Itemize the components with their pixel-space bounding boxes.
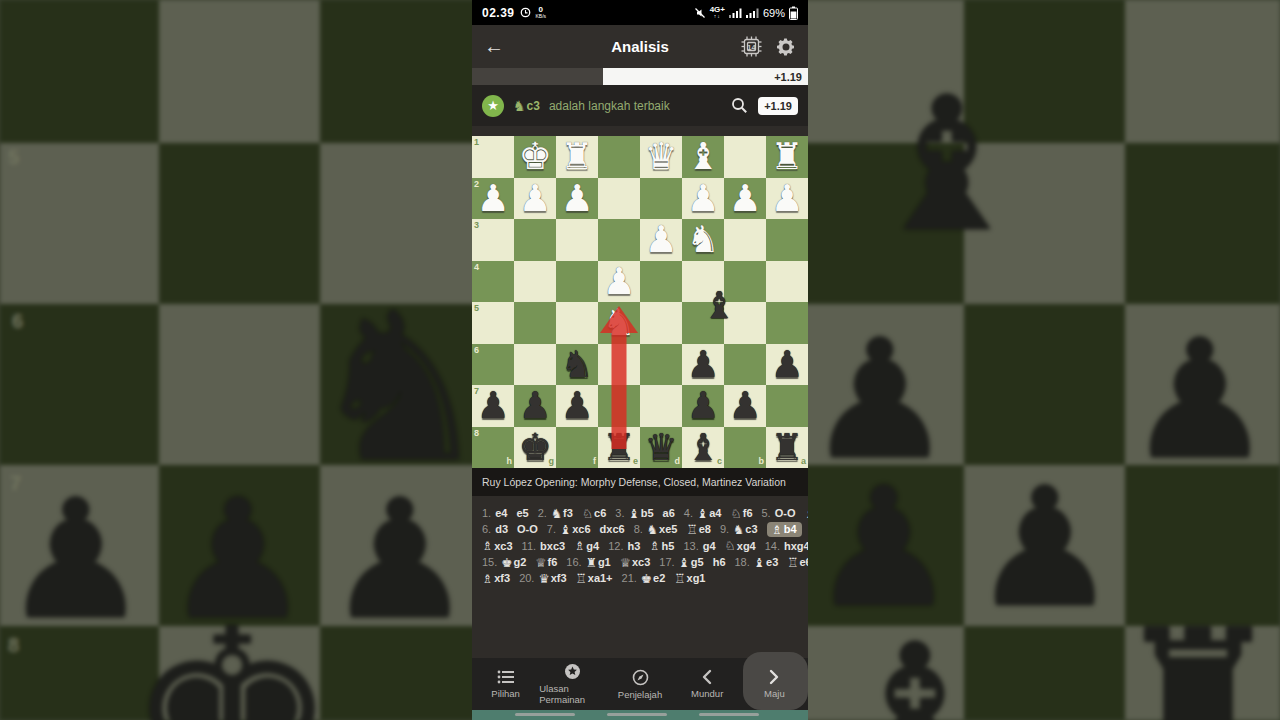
square-h6[interactable]: 6 (472, 344, 514, 386)
square-e2[interactable] (598, 178, 640, 220)
square-d6[interactable] (640, 344, 682, 386)
move-figurine-icon: ♕ (620, 555, 631, 570)
piece-white-king-g1[interactable]: ♚ (514, 136, 556, 178)
move-token[interactable]: ♗h5 (649, 538, 674, 553)
svg-text:14: 14 (747, 43, 756, 52)
piece-white-pawn-d3[interactable]: ♟ (640, 219, 682, 261)
evaluation-white-fill: +1.19 (603, 68, 808, 85)
move-number: 13. (683, 540, 698, 552)
piece-black-rook-a8[interactable]: ♜ (766, 427, 808, 469)
piece-black-bishop-animating[interactable]: ♝ (702, 287, 735, 324)
square-e6[interactable] (598, 344, 640, 386)
move-token[interactable]: e5 (516, 507, 528, 519)
nav-item-penjelajah[interactable]: Penjelajah (606, 658, 673, 710)
square-e3[interactable] (598, 219, 640, 261)
background-rank-label: 7 (10, 472, 21, 495)
square-h3[interactable]: 3 (472, 219, 514, 261)
best-move-text: adalah langkah terbaik (549, 99, 670, 113)
file-label-f: f (593, 457, 596, 466)
move-number: 11. (522, 540, 536, 552)
piece-black-pawn-g7[interactable]: ♟ (514, 385, 556, 427)
settings-gear-icon[interactable] (776, 37, 796, 57)
square-f5[interactable] (556, 302, 598, 344)
move-token[interactable]: O-O (775, 507, 796, 519)
gesture-dash (607, 713, 667, 716)
evaluation-bar: +1.19 (472, 68, 808, 85)
move-list-line: 15.♚g2♕f616.♜g1♕xc317.♝g5h618.♝e3♖e619.♚… (482, 554, 798, 570)
piece-black-pawn-c6[interactable]: ♟ (682, 344, 724, 386)
move-token[interactable]: ♝e3 (754, 555, 778, 570)
background-black-pawn: ♟ (1126, 318, 1274, 483)
square-a7[interactable] (766, 385, 808, 427)
move-figurine-icon: ♛ (538, 571, 549, 586)
rank-label-1: 1 (474, 138, 479, 147)
move-number: 7. (547, 523, 556, 535)
move-number: 6. (482, 523, 491, 535)
piece-white-bishop-c1[interactable]: ♝ (682, 136, 724, 178)
square-h4[interactable]: 4 (472, 261, 514, 303)
move-figurine-icon: ♗ (649, 538, 660, 553)
move-token[interactable]: e4 (495, 507, 507, 519)
move-number: 4. (684, 507, 693, 519)
move-figurine-icon: ♘ (731, 506, 742, 521)
move-figurine-icon: ♜ (586, 555, 597, 570)
move-number: 2. (538, 507, 547, 519)
move-list-line: 6.d3O-O7.♝xc6dxc68.♞xe5♖e89.♞c3♗b410.♞f3 (482, 521, 798, 537)
move-figurine-icon: ♝ (754, 555, 765, 570)
gesture-strip (472, 710, 808, 720)
square-d7[interactable] (640, 385, 682, 427)
move-number: 21. (622, 572, 637, 584)
move-token[interactable]: ♘xg4 (725, 538, 756, 553)
move-figurine-icon: ♝ (697, 506, 708, 521)
engine-depth-icon[interactable]: 14 (739, 34, 764, 59)
move-token[interactable]: ♝b5 (629, 506, 654, 521)
square-d5[interactable] (640, 302, 682, 344)
piece-black-pawn-h7[interactable]: ♟ (472, 385, 514, 427)
nav-item-maju[interactable]: Maju (741, 658, 808, 710)
piece-white-pawn-g2[interactable]: ♟ (514, 178, 556, 220)
move-figurine-icon: ♖ (787, 555, 798, 570)
background-black-pawn: ♟ (326, 478, 474, 643)
move-figurine-icon: ♗ (772, 522, 783, 537)
clock-time: 02.39 (482, 6, 515, 20)
piece-black-queen-d8[interactable]: ♛ (640, 427, 682, 469)
opening-name-bar: Ruy López Opening: Morphy Defense, Close… (472, 468, 808, 496)
move-figurine-icon: ♗ (804, 506, 808, 521)
move-figurine-icon: ♗ (574, 538, 585, 553)
piece-white-pawn-b2[interactable]: ♟ (724, 178, 766, 220)
nav-item-label: Mundur (691, 688, 723, 699)
square-b3[interactable] (724, 219, 766, 261)
chevron-right-icon (767, 669, 781, 685)
move-number: 20. (519, 572, 534, 584)
rank-label-4: 4 (474, 263, 479, 272)
list-icon (497, 669, 515, 685)
move-token[interactable]: ♖e8 (686, 522, 710, 537)
move-token[interactable]: ♗e7 (804, 506, 808, 521)
move-token[interactable]: ♖xg1 (674, 571, 705, 586)
move-figurine-icon: ♘ (725, 538, 736, 553)
move-token[interactable]: ♖xa1+ (576, 571, 613, 586)
piece-black-pawn-c7[interactable]: ♟ (682, 385, 724, 427)
move-token[interactable]: dxc6 (600, 523, 625, 535)
gesture-dash (699, 713, 759, 716)
square-e1[interactable] (598, 136, 640, 178)
evaluation-value: +1.19 (774, 71, 802, 83)
move-number: 18. (735, 556, 750, 568)
rank-label-8: 8 (474, 429, 479, 438)
nav-item-label: Pilihan (491, 688, 520, 699)
move-figurine-icon: ♚ (501, 555, 512, 570)
move-number: 15. (482, 556, 497, 568)
square-d2[interactable] (640, 178, 682, 220)
move-token[interactable]: O-O (517, 523, 538, 535)
move-token[interactable]: ♜g1 (586, 555, 611, 570)
piece-black-knight-f6[interactable]: ♞ (556, 344, 598, 386)
square-f3[interactable] (556, 219, 598, 261)
rank-label-5: 5 (474, 304, 479, 313)
square-a5[interactable] (766, 302, 808, 344)
move-token-current[interactable]: ♗b4 (767, 522, 802, 537)
file-label-b: b (759, 457, 765, 466)
move-number: 14. (765, 540, 780, 552)
nav-item-label: Penjelajah (618, 689, 662, 700)
square-a4[interactable] (766, 261, 808, 303)
move-token[interactable]: bxc3 (540, 540, 565, 552)
move-list-line: 1.e4e52.♞f3♘c63.♝b5a64.♝a4♘f65.O-O♗e7 (482, 505, 798, 521)
nav-item-mundur[interactable]: Mundur (674, 658, 741, 710)
piece-black-bishop-c8[interactable]: ♝ (682, 427, 724, 469)
battery-percent: 69% (763, 7, 785, 19)
move-token[interactable]: ♝g5 (679, 555, 704, 570)
background-black-bishop: ♝ (832, 620, 998, 720)
move-figurine-icon: ♞ (647, 522, 658, 537)
back-button[interactable]: ← (484, 35, 514, 58)
move-list: 1.e4e52.♞f3♘c63.♝b5a64.♝a4♘f65.O-O♗e76.d… (472, 496, 808, 658)
background-black-rook: ♜ (1113, 605, 1280, 720)
move-figurine-icon: ♕ (535, 555, 546, 570)
background-black-king: ♚ (127, 598, 338, 720)
square-h8[interactable]: 8h (472, 427, 514, 469)
square-a3[interactable] (766, 219, 808, 261)
phone-screen: 02.39 0 KB/s 4G+ ↑↓ (472, 0, 808, 720)
background-black-bishop: ♝ (864, 73, 1030, 258)
app-header: ← Analisis 14 (472, 25, 808, 68)
move-token[interactable]: ♛xf3 (538, 571, 566, 586)
piece-white-pawn-h2[interactable]: ♟ (472, 178, 514, 220)
square-b8[interactable]: b (724, 427, 766, 469)
move-figurine-icon: ♝ (679, 555, 690, 570)
piece-white-knight-e5[interactable]: ♞ (598, 302, 640, 344)
nav-item-label: Ulasan Permainan (539, 683, 606, 705)
chess-board: 12345678hgfedcba ♝ ♚♜♛♝♜♟♟♟♟♟♟♟♞♟♞♞♟♟♟♟♟… (472, 136, 808, 468)
piece-white-rook-a1[interactable]: ♜ (766, 136, 808, 178)
square-e7[interactable] (598, 385, 640, 427)
move-token[interactable]: ♕xc3 (620, 555, 651, 570)
move-token[interactable]: h6 (713, 556, 726, 568)
move-figurine-icon: ♘ (582, 506, 593, 521)
move-figurine-icon: ♗ (482, 571, 493, 586)
rank-label-6: 6 (474, 346, 479, 355)
move-figurine-icon: ♝ (560, 522, 571, 537)
star-circle-icon (564, 663, 581, 680)
evaluation-badge: +1.19 (758, 97, 798, 115)
move-token[interactable]: ♗g4 (574, 538, 599, 553)
nav-item-pilihan[interactable]: Pilihan (472, 658, 539, 710)
move-number: 9. (720, 523, 729, 535)
move-token[interactable]: ♞f3 (551, 506, 573, 521)
move-token[interactable]: ♗xc3 (482, 538, 513, 553)
data-speed: 0 KB/s (536, 6, 547, 19)
square-h5[interactable]: 5 (472, 302, 514, 344)
move-number: 17. (659, 556, 674, 568)
best-move-banner: ★ ♞ c3 adalah langkah terbaik +1.19 (472, 85, 808, 126)
piece-black-king-g8[interactable]: ♚ (514, 427, 556, 469)
nav-item-label: Maju (764, 688, 785, 699)
piece-white-pawn-f2[interactable]: ♟ (556, 178, 598, 220)
piece-white-knight-c3[interactable]: ♞ (682, 219, 724, 261)
square-b1[interactable] (724, 136, 766, 178)
piece-black-pawn-a6[interactable]: ♟ (766, 344, 808, 386)
move-token[interactable]: ♞c3 (733, 522, 757, 537)
move-token[interactable]: d3 (495, 523, 508, 535)
square-g4[interactable] (514, 261, 556, 303)
compass-icon (632, 669, 649, 686)
move-token[interactable]: ♖e6 (787, 555, 808, 570)
move-list-line: ♗xc311.bxc3♗g412.h3♗h513.g4♘xg414.hxg4♗x… (482, 538, 798, 554)
piece-black-rook-e8[interactable]: ♜ (598, 427, 640, 469)
move-figurine-icon: ♚ (641, 571, 652, 586)
square-d4[interactable] (640, 261, 682, 303)
gesture-dash (515, 713, 575, 716)
move-figurine-icon: ♖ (674, 571, 685, 586)
square-g5[interactable] (514, 302, 556, 344)
bottom-nav-bar: PilihanUlasan PermainanPenjelajahMundurM… (472, 658, 808, 710)
knight-figurine-icon: ♞ (513, 98, 526, 114)
move-number: 16. (566, 556, 581, 568)
status-bar: 02.39 0 KB/s 4G+ ↑↓ (472, 0, 808, 25)
square-b6[interactable] (724, 344, 766, 386)
move-figurine-icon: ♖ (576, 571, 587, 586)
best-move-san: ♞ c3 (513, 98, 540, 114)
square-g3[interactable] (514, 219, 556, 261)
piece-black-pawn-b7[interactable]: ♟ (724, 385, 766, 427)
piece-white-pawn-c2[interactable]: ♟ (682, 178, 724, 220)
battery-icon (789, 6, 798, 20)
move-figurine-icon: ♖ (686, 522, 697, 537)
piece-white-rook-f1[interactable]: ♜ (556, 136, 598, 178)
piece-white-queen-d1[interactable]: ♛ (640, 136, 682, 178)
background-rank-label: 5 (8, 146, 19, 169)
background-rank-label: 8 (8, 634, 19, 657)
square-f8[interactable]: f (556, 427, 598, 469)
rank-label-3: 3 (474, 221, 479, 230)
square-h1[interactable]: 1 (472, 136, 514, 178)
move-token[interactable]: ♕f6 (535, 555, 557, 570)
move-figurine-icon: ♗ (482, 538, 493, 553)
move-token[interactable]: ♞xe5 (647, 522, 678, 537)
piece-white-pawn-a2[interactable]: ♟ (766, 178, 808, 220)
move-token[interactable]: h3 (628, 540, 641, 552)
move-number: 5. (762, 507, 771, 519)
square-f4[interactable] (556, 261, 598, 303)
background-rank-label: 6 (12, 310, 23, 333)
move-figurine-icon: ♝ (629, 506, 640, 521)
opening-name: Ruy López Opening: Morphy Defense, Close… (482, 476, 786, 488)
search-icon[interactable] (731, 97, 748, 114)
mute-icon (694, 7, 706, 19)
data-usage-icon (520, 7, 531, 18)
move-figurine-icon: ♞ (551, 506, 562, 521)
move-token[interactable]: ♝xc6 (560, 522, 591, 537)
move-number: 3. (615, 507, 624, 519)
move-figurine-icon: ♞ (733, 522, 744, 537)
nav-item-ulasan[interactable]: Ulasan Permainan (539, 658, 606, 710)
network-type: 4G+ ↑↓ (710, 6, 725, 19)
screenshot-frame: ♞♟♟♟♚♝♟♟♟♟♝♜5678 02.39 0 KB/s (0, 0, 1280, 720)
move-number: 1. (482, 507, 491, 519)
move-number: 8. (634, 523, 643, 535)
move-token[interactable]: ♚e2 (641, 571, 665, 586)
move-token[interactable]: ♘c6 (582, 506, 606, 521)
move-token[interactable]: ♝a4 (697, 506, 721, 521)
file-label-h: h (507, 457, 513, 466)
move-token[interactable]: hxg4 (784, 540, 808, 552)
move-token[interactable]: ♗xf3 (482, 571, 510, 586)
background-black-knight: ♞ (308, 286, 492, 491)
square-g6[interactable] (514, 344, 556, 386)
best-move-star-icon: ★ (482, 95, 504, 117)
signal-icon-1 (729, 7, 742, 19)
move-list-line: ♗xf320.♛xf3♖xa1+21.♚e2♖xg1 (482, 570, 798, 586)
move-token[interactable]: ♚g2 (501, 555, 526, 570)
chevron-left-icon (700, 669, 714, 685)
move-number: 12. (608, 540, 623, 552)
move-token[interactable]: g4 (703, 540, 716, 552)
signal-icon-2 (746, 7, 759, 19)
piece-black-pawn-f7[interactable]: ♟ (556, 385, 598, 427)
move-token[interactable]: a6 (663, 507, 675, 519)
move-token[interactable]: ♘f6 (731, 506, 753, 521)
piece-white-pawn-e4[interactable]: ♟ (598, 261, 640, 303)
